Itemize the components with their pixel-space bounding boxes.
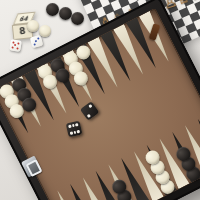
die-pip <box>70 132 73 135</box>
die-pip <box>93 110 96 113</box>
table-black-checker[interactable] <box>46 3 59 16</box>
black-die-1[interactable] <box>66 121 83 138</box>
table-white-checker[interactable] <box>27 20 39 32</box>
die-pip <box>77 130 80 133</box>
die-pip <box>16 47 18 49</box>
table-white-checker[interactable] <box>39 25 51 37</box>
die-pip <box>38 42 40 44</box>
table-black-checker[interactable] <box>71 12 84 25</box>
red-pip-die[interactable] <box>9 39 22 52</box>
scene: ♙♘♙♙♔♙♕♗♙ 64 8 <box>0 0 200 200</box>
blue-pip-die[interactable] <box>30 35 43 48</box>
